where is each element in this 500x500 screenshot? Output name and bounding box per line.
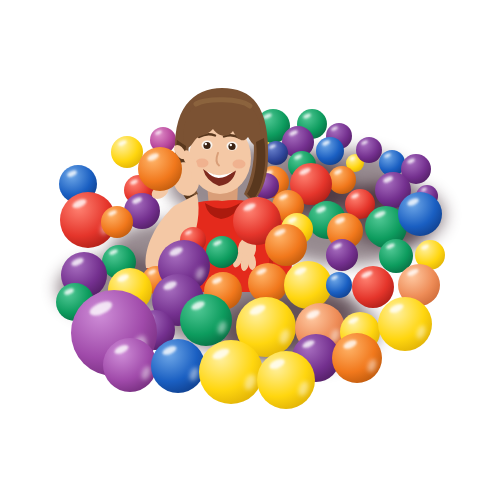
ball-highlight <box>305 308 320 320</box>
ball-yellow <box>199 340 263 404</box>
ball-highlight <box>268 357 286 370</box>
ball-highlight <box>109 248 119 256</box>
ball-highlight <box>211 276 223 285</box>
ball-highlight <box>360 270 373 280</box>
ball-highlight <box>162 344 178 356</box>
ball-orange <box>332 333 382 383</box>
ball-purple <box>326 239 358 271</box>
ball-yellow <box>257 351 315 409</box>
ball-highlight <box>293 266 308 277</box>
ball-highlight <box>386 242 396 250</box>
ball-highlight <box>248 303 266 317</box>
ball-yellow <box>378 297 432 351</box>
ball-reflection <box>194 266 206 281</box>
ball-highlight <box>190 299 206 311</box>
ball-highlight <box>315 205 327 214</box>
ball-highlight <box>88 299 114 319</box>
ball-highlight <box>212 239 222 246</box>
ball-orange <box>265 224 307 266</box>
balls-front-layer <box>0 0 500 500</box>
ball-green <box>180 294 232 346</box>
ball-violet <box>103 338 157 392</box>
ball-highlight <box>273 228 286 238</box>
ball-highlight <box>389 302 405 314</box>
ball-highlight <box>348 316 360 325</box>
ball-highlight <box>406 268 419 278</box>
ball-highlight <box>301 339 316 350</box>
ball-pit-photo <box>0 0 500 500</box>
ball-highlight <box>147 269 155 275</box>
ball-reflection <box>297 380 310 397</box>
ball-highlight <box>242 202 257 213</box>
ball-highlight <box>331 275 339 281</box>
ball-highlight <box>147 151 160 161</box>
ball-highlight <box>212 346 231 361</box>
ball-highlight <box>168 245 184 257</box>
ball-highlight <box>256 267 268 276</box>
ball-blue <box>326 272 352 298</box>
ball-blue <box>398 192 442 236</box>
ball-highlight <box>70 257 84 268</box>
ball-highlight <box>342 338 357 350</box>
ball-highlight <box>162 279 178 291</box>
held-ball-orange <box>138 147 182 191</box>
ball-highlight <box>373 210 386 220</box>
ball-highlight <box>334 217 345 225</box>
ball-reflection <box>366 358 377 372</box>
ball-highlight <box>63 287 75 296</box>
ball-highlight <box>287 216 297 223</box>
ball-highlight <box>332 242 342 249</box>
ball-yellow <box>284 261 332 309</box>
ball-reflection <box>216 320 228 335</box>
ball-reflection <box>243 372 257 390</box>
ball-reflection <box>415 324 427 339</box>
ball-highlight <box>407 196 420 206</box>
ball-green <box>206 236 238 268</box>
ball-highlight <box>185 230 193 236</box>
ball-reflection <box>277 327 291 344</box>
ball-blue <box>151 339 205 393</box>
ball-highlight <box>117 272 130 282</box>
ball-highlight <box>421 243 430 250</box>
ball-highlight <box>114 343 130 355</box>
